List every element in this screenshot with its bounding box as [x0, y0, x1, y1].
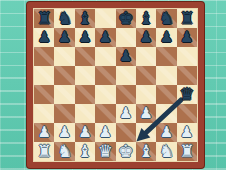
square-b2[interactable]: ♟ [54, 123, 74, 142]
square-a1[interactable]: ♜ [34, 142, 54, 161]
piece-white-queen[interactable]: ♛ [98, 143, 113, 160]
square-f7[interactable]: ♟ [136, 28, 156, 47]
square-a8[interactable]: ♜ [34, 9, 54, 28]
piece-white-rook[interactable]: ♜ [179, 143, 194, 160]
piece-black-pawn[interactable]: ♟ [37, 30, 50, 45]
square-c3[interactable] [75, 104, 95, 123]
square-d7[interactable]: ♟ [95, 28, 115, 47]
piece-white-pawn[interactable]: ♟ [180, 125, 193, 140]
piece-black-pawn[interactable]: ♟ [180, 30, 193, 45]
piece-white-bishop[interactable]: ♝ [77, 143, 92, 160]
square-h1[interactable]: ♜ [177, 142, 197, 161]
square-d2[interactable]: ♟ [95, 123, 115, 142]
square-g3[interactable] [156, 104, 176, 123]
square-h8[interactable]: ♜ [177, 9, 197, 28]
square-e8[interactable]: ♚ [116, 9, 136, 28]
piece-white-knight[interactable]: ♞ [159, 143, 174, 160]
piece-white-knight[interactable]: ♞ [57, 143, 72, 160]
piece-white-rook[interactable]: ♜ [37, 143, 52, 160]
square-e3[interactable]: ♟ [116, 104, 136, 123]
piece-black-rook[interactable]: ♜ [179, 10, 194, 27]
piece-black-bishop[interactable]: ♝ [138, 10, 153, 27]
square-g5[interactable] [156, 66, 176, 85]
square-b8[interactable]: ♞ [54, 9, 74, 28]
square-h7[interactable]: ♟ [177, 28, 197, 47]
chess-board-frame: ♜♞♝♚♝♞♜♟♟♟♟♟♟♟♟♛♟♟♟♟♟♟♟♟♜♞♝♛♚♝♞♜ [27, 2, 204, 168]
square-c1[interactable]: ♝ [75, 142, 95, 161]
piece-white-bishop[interactable]: ♝ [138, 143, 153, 160]
square-a7[interactable]: ♟ [34, 28, 54, 47]
square-f1[interactable]: ♝ [136, 142, 156, 161]
square-h4[interactable]: ♛ [177, 85, 197, 104]
square-b1[interactable]: ♞ [54, 142, 74, 161]
square-h2[interactable]: ♟ [177, 123, 197, 142]
square-f2[interactable] [136, 123, 156, 142]
square-e1[interactable]: ♚ [116, 142, 136, 161]
piece-black-bishop[interactable]: ♝ [77, 10, 92, 27]
square-g6[interactable] [156, 47, 176, 66]
square-d5[interactable] [95, 66, 115, 85]
piece-black-pawn[interactable]: ♟ [99, 30, 112, 45]
piece-black-knight[interactable]: ♞ [159, 10, 174, 27]
piece-white-pawn[interactable]: ♟ [160, 125, 173, 140]
square-e6[interactable]: ♟ [116, 47, 136, 66]
piece-white-pawn[interactable]: ♟ [37, 125, 50, 140]
square-e2[interactable] [116, 123, 136, 142]
piece-white-pawn[interactable]: ♟ [58, 125, 71, 140]
square-c6[interactable] [75, 47, 95, 66]
square-g1[interactable]: ♞ [156, 142, 176, 161]
square-g2[interactable]: ♟ [156, 123, 176, 142]
square-e5[interactable] [116, 66, 136, 85]
square-d4[interactable] [95, 85, 115, 104]
piece-white-pawn[interactable]: ♟ [78, 125, 91, 140]
piece-white-pawn[interactable]: ♟ [99, 125, 112, 140]
piece-black-pawn[interactable]: ♟ [119, 49, 132, 64]
piece-black-king[interactable]: ♚ [118, 10, 133, 27]
square-f8[interactable]: ♝ [136, 9, 156, 28]
piece-black-rook[interactable]: ♜ [37, 10, 52, 27]
square-c8[interactable]: ♝ [75, 9, 95, 28]
square-f3[interactable]: ♟ [136, 104, 156, 123]
square-a2[interactable]: ♟ [34, 123, 54, 142]
piece-black-knight[interactable]: ♞ [57, 10, 72, 27]
square-b6[interactable] [54, 47, 74, 66]
square-d1[interactable]: ♛ [95, 142, 115, 161]
piece-white-king[interactable]: ♚ [118, 143, 133, 160]
piece-black-pawn[interactable]: ♟ [58, 30, 71, 45]
square-c4[interactable] [75, 85, 95, 104]
square-b5[interactable] [54, 66, 74, 85]
piece-black-pawn[interactable]: ♟ [139, 30, 152, 45]
piece-white-pawn[interactable]: ♟ [139, 106, 152, 121]
piece-white-pawn[interactable]: ♟ [119, 106, 132, 121]
square-c5[interactable] [75, 66, 95, 85]
square-h5[interactable] [177, 66, 197, 85]
square-b4[interactable] [54, 85, 74, 104]
square-a6[interactable] [34, 47, 54, 66]
game-screen: ♜♞♝♚♝♞♜♟♟♟♟♟♟♟♟♛♟♟♟♟♟♟♟♟♜♞♝♛♚♝♞♜ [0, 0, 226, 170]
square-b3[interactable] [54, 104, 74, 123]
square-g8[interactable]: ♞ [156, 9, 176, 28]
square-h6[interactable] [177, 47, 197, 66]
square-a4[interactable] [34, 85, 54, 104]
square-f5[interactable] [136, 66, 156, 85]
square-f6[interactable] [136, 47, 156, 66]
square-h3[interactable] [177, 104, 197, 123]
square-e4[interactable] [116, 85, 136, 104]
square-d3[interactable] [95, 104, 115, 123]
square-d6[interactable] [95, 47, 115, 66]
square-a5[interactable] [34, 66, 54, 85]
square-f4[interactable] [136, 85, 156, 104]
square-e7[interactable] [116, 28, 136, 47]
piece-black-pawn[interactable]: ♟ [78, 30, 91, 45]
square-c7[interactable]: ♟ [75, 28, 95, 47]
square-a3[interactable] [34, 104, 54, 123]
square-c2[interactable]: ♟ [75, 123, 95, 142]
piece-black-pawn[interactable]: ♟ [160, 30, 173, 45]
square-d8[interactable] [95, 9, 115, 28]
piece-black-queen[interactable]: ♛ [179, 86, 194, 103]
square-b7[interactable]: ♟ [54, 28, 74, 47]
chess-board[interactable]: ♜♞♝♚♝♞♜♟♟♟♟♟♟♟♟♛♟♟♟♟♟♟♟♟♜♞♝♛♚♝♞♜ [33, 8, 198, 162]
square-g4[interactable] [156, 85, 176, 104]
square-g7[interactable]: ♟ [156, 28, 176, 47]
